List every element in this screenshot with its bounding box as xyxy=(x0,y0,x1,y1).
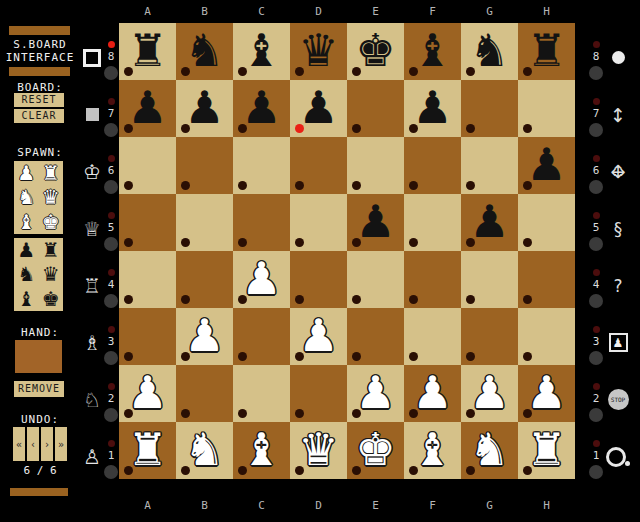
square-d2[interactable] xyxy=(290,365,347,422)
square-corner-dot xyxy=(352,124,361,133)
dim-red-dot xyxy=(593,155,600,162)
square-corner-dot xyxy=(124,295,133,304)
rook-icon[interactable]: ♖ xyxy=(79,272,105,299)
square-corner-dot xyxy=(466,295,475,304)
rank-indicator-5: 5 xyxy=(104,212,118,251)
square-h8[interactable]: ♜ xyxy=(518,23,575,80)
white-pawn-d3[interactable]: ♟ xyxy=(290,308,347,365)
square-c2[interactable] xyxy=(233,365,290,422)
white-dot-icon[interactable] xyxy=(605,44,631,71)
dim-red-dot xyxy=(108,98,115,105)
dim-red-dot xyxy=(593,98,600,105)
rank-indicator-2: 2 xyxy=(104,383,118,422)
black-king-e8[interactable]: ♚ xyxy=(347,23,404,80)
file-label-E: E xyxy=(347,5,404,18)
square-e4[interactable] xyxy=(347,251,404,308)
dim-red-dot xyxy=(108,269,115,276)
black-bishop-c8[interactable]: ♝ xyxy=(233,23,290,80)
white-pawn-b3[interactable]: ♟ xyxy=(176,308,233,365)
rank-indicator-6: 6 xyxy=(589,155,603,194)
square-g3[interactable] xyxy=(461,308,518,365)
square-a1[interactable]: ♜ xyxy=(119,422,176,479)
gray-circle-indicator[interactable] xyxy=(589,66,603,80)
square-b6[interactable] xyxy=(176,137,233,194)
active-red-dot xyxy=(108,41,115,48)
file-label-A: A xyxy=(119,499,176,512)
gray-circle-indicator[interactable] xyxy=(104,180,118,194)
square-corner-dot xyxy=(295,238,304,247)
spawn-white-pawn[interactable]: ♟ xyxy=(14,161,39,185)
rank-indicator-3: 3 xyxy=(104,326,118,365)
rank-indicator-7: 7 xyxy=(104,98,118,137)
square-d7[interactable]: ♟ xyxy=(290,80,347,137)
gray-circle-indicator[interactable] xyxy=(104,351,118,365)
square-d3[interactable]: ♟ xyxy=(290,308,347,365)
gray-circle-indicator[interactable] xyxy=(589,123,603,137)
square-f4[interactable] xyxy=(404,251,461,308)
spawn-black-queen[interactable]: ♛ xyxy=(39,262,64,286)
gray-circle-indicator[interactable] xyxy=(104,66,118,80)
rank-label-7: 7 xyxy=(108,108,115,120)
square-h5[interactable] xyxy=(518,194,575,251)
rank-indicator-7: 7 xyxy=(589,98,603,137)
square-a4[interactable] xyxy=(119,251,176,308)
square-e3[interactable] xyxy=(347,308,404,365)
chess-board: ♜♞♝♛♚♝♞♜♟♟♟♟♟♟♟♟♟♟♟♟♟♟♟♟♜♞♝♛♚♝♞♜ xyxy=(119,23,575,479)
white-pawn-c4[interactable]: ♟ xyxy=(233,251,290,308)
square-h7[interactable] xyxy=(518,80,575,137)
white-bishop-c1[interactable]: ♝ xyxy=(233,422,290,479)
square-a7[interactable]: ♟ xyxy=(119,80,176,137)
dim-red-dot xyxy=(108,326,115,333)
square-b7[interactable]: ♟ xyxy=(176,80,233,137)
square-f2[interactable]: ♟ xyxy=(404,365,461,422)
square-corner-dot xyxy=(124,238,133,247)
file-label-G: G xyxy=(461,499,518,512)
dim-red-dot xyxy=(108,212,115,219)
black-rook-a8[interactable]: ♜ xyxy=(119,23,176,80)
square-corner-dot xyxy=(409,352,418,361)
square-a3[interactable] xyxy=(119,308,176,365)
dim-red-dot xyxy=(108,440,115,447)
black-rook-h8[interactable]: ♜ xyxy=(518,23,575,80)
rank-label-4: 4 xyxy=(593,279,600,291)
stop-sign-icon[interactable]: STOP xyxy=(605,386,631,413)
square-corner-dot xyxy=(352,295,361,304)
rank-indicator-5: 5 xyxy=(589,212,603,251)
square-corner-dot xyxy=(181,181,190,190)
square-d5[interactable] xyxy=(290,194,347,251)
black-queen-d8[interactable]: ♛ xyxy=(290,23,347,80)
square-b3[interactable]: ♟ xyxy=(176,308,233,365)
spawn-panel-black: ♟♜♞♛♝♚ xyxy=(14,238,63,311)
black-pawn-f7[interactable]: ♟ xyxy=(404,80,461,137)
gray-circle-indicator[interactable] xyxy=(104,465,118,479)
rank-indicator-4: 4 xyxy=(104,269,118,308)
square-g2[interactable]: ♟ xyxy=(461,365,518,422)
square-h3[interactable] xyxy=(518,308,575,365)
white-pawn-a2[interactable]: ♟ xyxy=(119,365,176,422)
gray-circle-indicator[interactable] xyxy=(589,180,603,194)
dim-red-dot xyxy=(593,41,600,48)
rank-label-8: 8 xyxy=(108,51,115,63)
square-d6[interactable] xyxy=(290,137,347,194)
square-d1[interactable]: ♛ xyxy=(290,422,347,479)
white-pawn-g2[interactable]: ♟ xyxy=(461,365,518,422)
reset-button[interactable]: RESET xyxy=(14,93,64,107)
square-c1[interactable]: ♝ xyxy=(233,422,290,479)
hand-box[interactable] xyxy=(15,340,62,373)
square-b8[interactable]: ♞ xyxy=(176,23,233,80)
square-h6[interactable]: ♟ xyxy=(518,137,575,194)
square-f3[interactable] xyxy=(404,308,461,365)
file-label-B: B xyxy=(176,5,233,18)
rank-label-3: 3 xyxy=(593,336,600,348)
rank-indicator-2: 2 xyxy=(589,383,603,422)
file-label-F: F xyxy=(404,5,461,18)
square-corner-dot xyxy=(409,181,418,190)
square-c4[interactable]: ♟ xyxy=(233,251,290,308)
square-corner-dot xyxy=(124,181,133,190)
rank-label-1: 1 xyxy=(108,450,115,462)
square-corner-dot xyxy=(523,352,532,361)
square-corner-dot xyxy=(523,124,532,133)
file-label-H: H xyxy=(518,499,575,512)
white-knight-b1[interactable]: ♞ xyxy=(176,422,233,479)
undo-section-label: UNDO: xyxy=(0,413,80,426)
square-g4[interactable] xyxy=(461,251,518,308)
square-c3[interactable] xyxy=(233,308,290,365)
spawn-white-knight[interactable]: ♞ xyxy=(14,185,39,209)
square-corner-dot xyxy=(409,238,418,247)
file-label-C: C xyxy=(233,5,290,18)
square-corner-dot xyxy=(409,295,418,304)
section-sign-icon[interactable]: § xyxy=(605,215,631,242)
undo-counter: 6 / 6 xyxy=(0,464,80,477)
undo-first-button[interactable]: « xyxy=(13,427,25,461)
square-c6[interactable] xyxy=(233,137,290,194)
spawn-white-bishop[interactable]: ♝ xyxy=(14,210,39,234)
spawn-black-knight[interactable]: ♞ xyxy=(14,262,39,286)
white-knight-g1[interactable]: ♞ xyxy=(461,422,518,479)
remove-button[interactable]: REMOVE xyxy=(14,381,64,397)
gray-circle-indicator[interactable] xyxy=(589,465,603,479)
white-pawn-e2[interactable]: ♟ xyxy=(347,365,404,422)
rank-indicator-8: 8 xyxy=(589,41,603,80)
square-b1[interactable]: ♞ xyxy=(176,422,233,479)
white-rook-a1[interactable]: ♜ xyxy=(119,422,176,479)
square-f8[interactable]: ♝ xyxy=(404,23,461,80)
clear-button[interactable]: CLEAR xyxy=(14,109,64,123)
square-d4[interactable] xyxy=(290,251,347,308)
square-a5[interactable] xyxy=(119,194,176,251)
dim-red-dot xyxy=(108,155,115,162)
rank-label-1: 1 xyxy=(593,450,600,462)
record-circle-icon[interactable] xyxy=(605,443,631,470)
file-label-F: F xyxy=(404,499,461,512)
dim-red-dot xyxy=(593,383,600,390)
square-corner-dot xyxy=(295,295,304,304)
square-a8[interactable]: ♜ xyxy=(119,23,176,80)
app-title-line1: S.BOARD xyxy=(0,38,80,51)
square-corner-dot xyxy=(295,181,304,190)
spawn-white-queen[interactable]: ♛ xyxy=(39,185,64,209)
square-corner-dot xyxy=(523,238,532,247)
square-g7[interactable] xyxy=(461,80,518,137)
square-corner-dot xyxy=(238,409,247,418)
spawn-section-label: SPAWN: xyxy=(0,146,80,159)
gray-circle-indicator[interactable] xyxy=(589,351,603,365)
square-b4[interactable] xyxy=(176,251,233,308)
square-e2[interactable]: ♟ xyxy=(347,365,404,422)
white-king-e1[interactable]: ♚ xyxy=(347,422,404,479)
black-pawn-a7[interactable]: ♟ xyxy=(119,80,176,137)
black-bishop-f8[interactable]: ♝ xyxy=(404,23,461,80)
square-f5[interactable] xyxy=(404,194,461,251)
square-g6[interactable] xyxy=(461,137,518,194)
square-h4[interactable] xyxy=(518,251,575,308)
white-pawn-f2[interactable]: ♟ xyxy=(404,365,461,422)
app-title-line2: INTERFACE xyxy=(0,51,80,64)
pawn-box-icon[interactable]: ♟ xyxy=(605,329,631,356)
file-label-D: D xyxy=(290,5,347,18)
file-label-E: E xyxy=(347,499,404,512)
arrows-all-icon[interactable]: ↔↕ xyxy=(605,158,631,185)
spawn-black-bishop[interactable]: ♝ xyxy=(14,287,39,311)
gray-circle-indicator[interactable] xyxy=(104,123,118,137)
spawn-black-rook[interactable]: ♜ xyxy=(39,238,64,262)
square-corner-dot xyxy=(238,181,247,190)
square-filled-icon[interactable] xyxy=(79,101,105,128)
square-c5[interactable] xyxy=(233,194,290,251)
hand-section-label: HAND: xyxy=(0,326,80,339)
file-label-G: G xyxy=(461,5,518,18)
redo-forward-button[interactable]: › xyxy=(41,427,53,461)
square-outline-icon[interactable] xyxy=(79,44,105,71)
gray-circle-indicator[interactable] xyxy=(589,237,603,251)
file-label-H: H xyxy=(518,5,575,18)
king-icon[interactable]: ♔ xyxy=(79,158,105,185)
square-corner-dot xyxy=(181,238,190,247)
rank-label-2: 2 xyxy=(593,393,600,405)
rank-label-6: 6 xyxy=(108,165,115,177)
dim-red-dot xyxy=(593,212,600,219)
gray-circle-indicator[interactable] xyxy=(104,408,118,422)
queen-icon[interactable]: ♕ xyxy=(79,215,105,242)
dim-red-dot xyxy=(108,383,115,390)
sidebar-bottom-bar xyxy=(10,488,68,496)
rank-label-5: 5 xyxy=(108,222,115,234)
spawn-panel-white: ♟♜♞♛♝♚ xyxy=(14,161,63,234)
white-queen-d1[interactable]: ♛ xyxy=(290,422,347,479)
rank-label-2: 2 xyxy=(108,393,115,405)
dim-red-dot xyxy=(593,326,600,333)
sidebar-top-bar xyxy=(9,26,70,35)
file-label-C: C xyxy=(233,499,290,512)
rank-indicator-4: 4 xyxy=(589,269,603,308)
arrows-vertical-icon[interactable]: ↕ xyxy=(605,101,631,128)
black-pawn-b7[interactable]: ♟ xyxy=(176,80,233,137)
square-e6[interactable] xyxy=(347,137,404,194)
undo-back-button[interactable]: ‹ xyxy=(27,427,39,461)
square-e7[interactable] xyxy=(347,80,404,137)
rank-indicator-6: 6 xyxy=(104,155,118,194)
square-corner-dot xyxy=(238,352,247,361)
square-h2[interactable]: ♟ xyxy=(518,365,575,422)
rank-label-3: 3 xyxy=(108,336,115,348)
gray-circle-indicator[interactable] xyxy=(104,237,118,251)
square-a2[interactable]: ♟ xyxy=(119,365,176,422)
square-g1[interactable]: ♞ xyxy=(461,422,518,479)
black-pawn-d7[interactable]: ♟ xyxy=(290,80,347,137)
black-pawn-g5[interactable]: ♟ xyxy=(461,194,518,251)
black-pawn-c7[interactable]: ♟ xyxy=(233,80,290,137)
white-bishop-f1[interactable]: ♝ xyxy=(404,422,461,479)
rank-label-6: 6 xyxy=(593,165,600,177)
square-corner-dot xyxy=(124,352,133,361)
rank-indicator-8: 8 xyxy=(104,41,118,80)
file-label-B: B xyxy=(176,499,233,512)
dim-red-dot xyxy=(593,440,600,447)
square-corner-dot xyxy=(181,409,190,418)
square-corner-dot xyxy=(466,124,475,133)
rank-indicator-1: 1 xyxy=(589,440,603,479)
spawn-black-pawn[interactable]: ♟ xyxy=(14,238,39,262)
square-corner-dot xyxy=(352,352,361,361)
white-rook-h1[interactable]: ♜ xyxy=(518,422,575,479)
rank-indicator-3: 3 xyxy=(589,326,603,365)
square-b2[interactable] xyxy=(176,365,233,422)
spawn-white-rook[interactable]: ♜ xyxy=(39,161,64,185)
square-corner-dot xyxy=(181,295,190,304)
rank-label-4: 4 xyxy=(108,279,115,291)
sidebar-divider-bar xyxy=(9,67,70,76)
gray-circle-indicator[interactable] xyxy=(589,294,603,308)
square-c8[interactable]: ♝ xyxy=(233,23,290,80)
spawn-black-king[interactable]: ♚ xyxy=(39,287,64,311)
square-d8[interactable]: ♛ xyxy=(290,23,347,80)
undo-controls: « ‹ › » xyxy=(13,427,67,461)
gray-circle-indicator[interactable] xyxy=(104,294,118,308)
white-pawn-h2[interactable]: ♟ xyxy=(518,365,575,422)
rank-label-8: 8 xyxy=(593,51,600,63)
square-e8[interactable]: ♚ xyxy=(347,23,404,80)
redo-last-button[interactable]: » xyxy=(55,427,67,461)
knight-icon[interactable]: ♘ xyxy=(79,386,105,413)
rank-label-7: 7 xyxy=(593,108,600,120)
rank-label-5: 5 xyxy=(593,222,600,234)
rank-indicator-1: 1 xyxy=(104,440,118,479)
square-h1[interactable]: ♜ xyxy=(518,422,575,479)
black-knight-b8[interactable]: ♞ xyxy=(176,23,233,80)
square-a6[interactable] xyxy=(119,137,176,194)
square-f1[interactable]: ♝ xyxy=(404,422,461,479)
spawn-white-king[interactable]: ♚ xyxy=(39,210,64,234)
black-pawn-e5[interactable]: ♟ xyxy=(347,194,404,251)
square-e1[interactable]: ♚ xyxy=(347,422,404,479)
square-corner-dot xyxy=(352,181,361,190)
question-mark-icon[interactable]: ? xyxy=(605,272,631,299)
square-g8[interactable]: ♞ xyxy=(461,23,518,80)
square-f7[interactable]: ♟ xyxy=(404,80,461,137)
square-g5[interactable]: ♟ xyxy=(461,194,518,251)
gray-circle-indicator[interactable] xyxy=(589,408,603,422)
square-corner-dot xyxy=(466,181,475,190)
square-e5[interactable]: ♟ xyxy=(347,194,404,251)
square-corner-dot xyxy=(466,352,475,361)
bishop-icon[interactable]: ♗ xyxy=(79,329,105,356)
square-c7[interactable]: ♟ xyxy=(233,80,290,137)
square-corner-dot xyxy=(523,295,532,304)
black-knight-g8[interactable]: ♞ xyxy=(461,23,518,80)
file-label-A: A xyxy=(119,5,176,18)
square-f6[interactable] xyxy=(404,137,461,194)
pawn-icon[interactable]: ♙ xyxy=(79,443,105,470)
black-pawn-h6[interactable]: ♟ xyxy=(518,137,575,194)
square-corner-dot xyxy=(238,238,247,247)
file-label-D: D xyxy=(290,499,347,512)
square-corner-dot xyxy=(295,409,304,418)
square-b5[interactable] xyxy=(176,194,233,251)
dim-red-dot xyxy=(593,269,600,276)
